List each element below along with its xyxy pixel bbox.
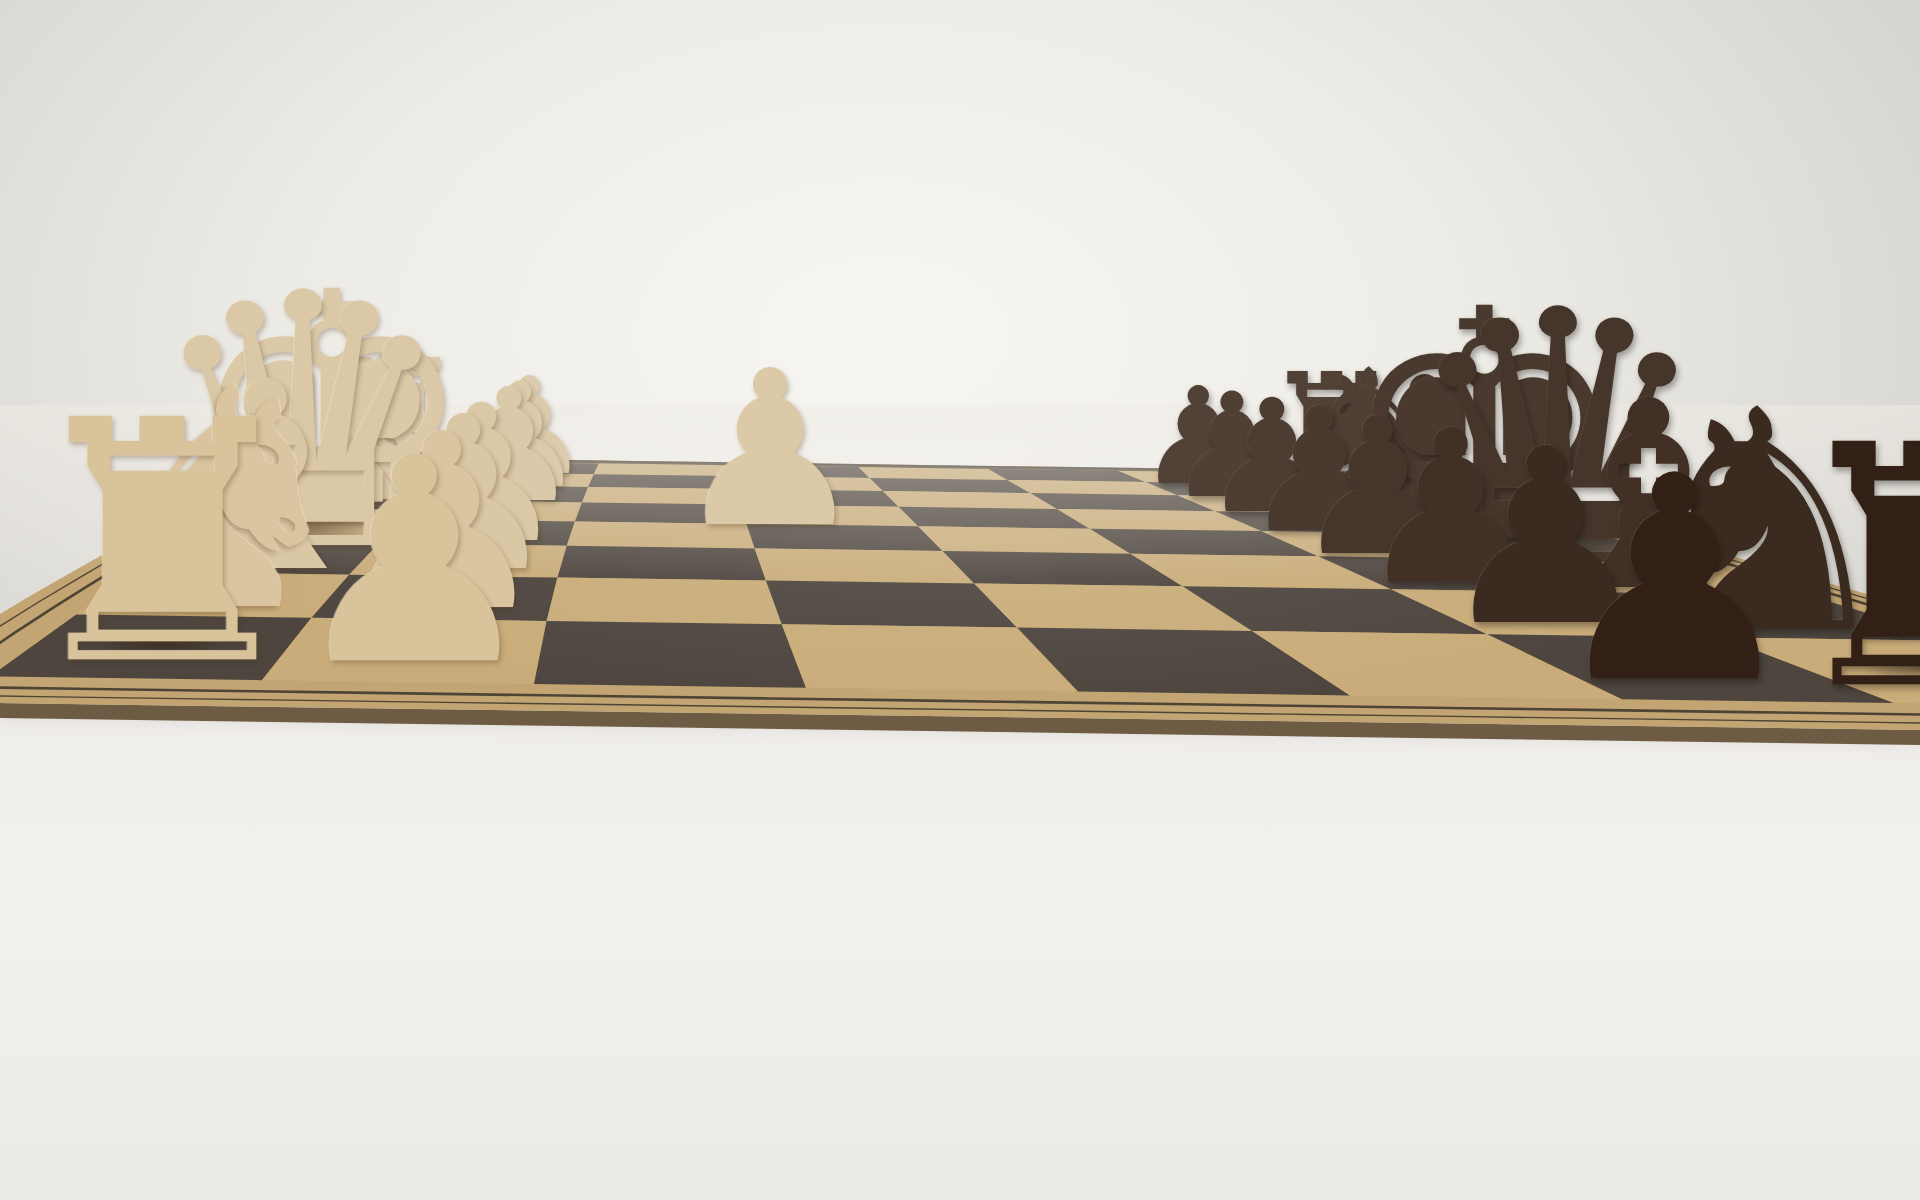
piece-white-rook-a1[interactable]: ♜ bbox=[0, 377, 329, 711]
chess-photo-scene: ♜♟♟♜♞♟♟♞♝♟♟♝♚♟♟♚♛♟♟♛♝♟♟♝♞♟♟♞♜♟♟♜ bbox=[0, 0, 1920, 1200]
piece-black-pawn-a7[interactable]: ♟ bbox=[1533, 439, 1816, 722]
piece-white-pawn-e4[interactable]: ♟ bbox=[663, 342, 878, 557]
